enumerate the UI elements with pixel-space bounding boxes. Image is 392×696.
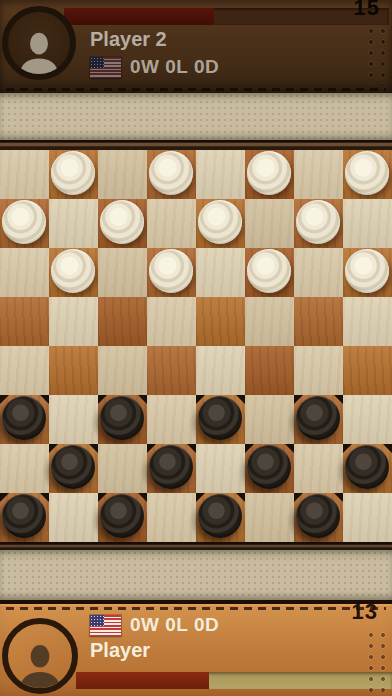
opponent-panel: 15 Player 2 0W 0L 0D <box>0 0 392 96</box>
white-piece[interactable] <box>345 151 389 195</box>
square-c7 <box>98 444 147 493</box>
white-piece[interactable] <box>345 249 389 293</box>
flag-canton <box>90 57 104 69</box>
square-b2 <box>49 199 98 248</box>
opponent-timer-fill <box>64 8 214 25</box>
board-edge-bottom <box>0 542 392 550</box>
white-piece[interactable] <box>198 200 242 244</box>
person-silhouette-icon <box>15 640 65 690</box>
stitch-line <box>6 88 386 91</box>
square-g7 <box>294 444 343 493</box>
player-timer-bar <box>76 672 392 689</box>
black-piece[interactable] <box>345 445 389 489</box>
square-b1[interactable] <box>49 150 98 199</box>
square-h6 <box>343 395 392 444</box>
white-piece[interactable] <box>149 151 193 195</box>
white-piece[interactable] <box>51 249 95 293</box>
black-piece[interactable] <box>2 396 46 440</box>
black-piece[interactable] <box>149 445 193 489</box>
white-piece[interactable] <box>2 200 46 244</box>
opponent-info: Player 2 0W 0L 0D <box>90 28 219 78</box>
square-d5[interactable] <box>147 346 196 395</box>
square-b7[interactable] <box>49 444 98 493</box>
opponent-record: 0W 0L 0D <box>130 56 219 78</box>
square-c2[interactable] <box>98 199 147 248</box>
square-h2 <box>343 199 392 248</box>
stitch-line <box>6 607 386 610</box>
square-b6 <box>49 395 98 444</box>
square-h8 <box>343 493 392 542</box>
checkers-app: 15 Player 2 0W 0L 0D 0W 0L 0D <box>0 0 392 696</box>
us-flag-icon <box>90 615 121 636</box>
player-panel: 0W 0L 0D Player 13 <box>0 600 392 696</box>
square-f8 <box>245 493 294 542</box>
black-piece[interactable] <box>2 494 46 538</box>
square-e5 <box>196 346 245 395</box>
felt-strip-upper <box>0 93 392 140</box>
square-f5[interactable] <box>245 346 294 395</box>
player-timer-fill <box>76 672 209 689</box>
black-piece[interactable] <box>100 396 144 440</box>
square-f4 <box>245 297 294 346</box>
square-g1 <box>294 150 343 199</box>
square-f3[interactable] <box>245 248 294 297</box>
opponent-avatar[interactable] <box>2 6 76 80</box>
opponent-score: 15 <box>354 0 380 19</box>
black-piece[interactable] <box>198 494 242 538</box>
square-d8 <box>147 493 196 542</box>
square-d3[interactable] <box>147 248 196 297</box>
person-silhouette-icon <box>15 28 63 76</box>
square-d7[interactable] <box>147 444 196 493</box>
checkers-board <box>0 150 392 542</box>
square-d1[interactable] <box>147 150 196 199</box>
white-piece[interactable] <box>51 151 95 195</box>
square-f1[interactable] <box>245 150 294 199</box>
square-e6[interactable] <box>196 395 245 444</box>
square-a6[interactable] <box>0 395 49 444</box>
us-flag-icon <box>90 57 121 78</box>
black-piece[interactable] <box>51 445 95 489</box>
flag-canton <box>90 615 104 627</box>
square-a3 <box>0 248 49 297</box>
square-a5 <box>0 346 49 395</box>
square-e2[interactable] <box>196 199 245 248</box>
square-h1[interactable] <box>343 150 392 199</box>
white-piece[interactable] <box>100 200 144 244</box>
white-piece[interactable] <box>247 249 291 293</box>
black-piece[interactable] <box>100 494 144 538</box>
opponent-timer-bar <box>64 8 389 25</box>
square-h4 <box>343 297 392 346</box>
black-piece[interactable] <box>198 396 242 440</box>
square-c6[interactable] <box>98 395 147 444</box>
board-edge-top <box>0 140 392 150</box>
square-g6[interactable] <box>294 395 343 444</box>
square-g3 <box>294 248 343 297</box>
square-a8[interactable] <box>0 493 49 542</box>
square-h7[interactable] <box>343 444 392 493</box>
player-info: 0W 0L 0D Player <box>90 612 219 662</box>
player-avatar[interactable] <box>2 618 78 694</box>
square-g2[interactable] <box>294 199 343 248</box>
square-b4 <box>49 297 98 346</box>
felt-strip-lower <box>0 550 392 600</box>
square-e3 <box>196 248 245 297</box>
square-c3 <box>98 248 147 297</box>
white-piece[interactable] <box>247 151 291 195</box>
square-a2[interactable] <box>0 199 49 248</box>
square-g5 <box>294 346 343 395</box>
square-g4[interactable] <box>294 297 343 346</box>
square-a1 <box>0 150 49 199</box>
square-c5 <box>98 346 147 395</box>
square-a4[interactable] <box>0 297 49 346</box>
square-h5[interactable] <box>343 346 392 395</box>
square-f6 <box>245 395 294 444</box>
square-a7 <box>0 444 49 493</box>
square-f2 <box>245 199 294 248</box>
square-d2 <box>147 199 196 248</box>
black-piece[interactable] <box>247 445 291 489</box>
square-e7 <box>196 444 245 493</box>
square-d4 <box>147 297 196 346</box>
square-e1 <box>196 150 245 199</box>
square-c8[interactable] <box>98 493 147 542</box>
square-b5[interactable] <box>49 346 98 395</box>
square-g8[interactable] <box>294 493 343 542</box>
opponent-name: Player 2 <box>90 28 219 51</box>
black-piece[interactable] <box>296 494 340 538</box>
square-f7[interactable] <box>245 444 294 493</box>
perforation-texture <box>366 26 390 85</box>
square-b8 <box>49 493 98 542</box>
square-e8[interactable] <box>196 493 245 542</box>
player-name: Player <box>90 639 219 662</box>
player-record: 0W 0L 0D <box>130 614 219 636</box>
perforation-texture <box>366 630 390 692</box>
player-score: 13 <box>352 601 378 623</box>
square-d6 <box>147 395 196 444</box>
white-piece[interactable] <box>296 200 340 244</box>
square-h3[interactable] <box>343 248 392 297</box>
white-piece[interactable] <box>149 249 193 293</box>
square-c4[interactable] <box>98 297 147 346</box>
square-c1 <box>98 150 147 199</box>
black-piece[interactable] <box>296 396 340 440</box>
square-b3[interactable] <box>49 248 98 297</box>
square-e4[interactable] <box>196 297 245 346</box>
